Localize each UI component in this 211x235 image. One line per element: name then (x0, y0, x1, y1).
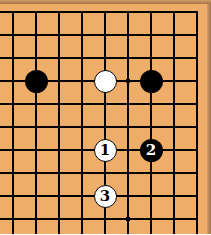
grid-line-vertical (81, 70, 83, 93)
intersection (2, 185, 25, 208)
grid-line-vertical (12, 116, 14, 139)
intersection (71, 116, 94, 139)
grid-line-vertical (127, 116, 129, 139)
board-right-wood-edge (207, 0, 211, 234)
grid-line-vertical (12, 47, 14, 70)
intersection (25, 70, 48, 93)
white-stone: 3 (94, 185, 117, 208)
grid-line-vertical (81, 11, 83, 24)
grid-line-vertical (35, 185, 37, 208)
grid-line-vertical (58, 116, 60, 139)
intersection (140, 47, 163, 70)
grid-line-vertical (150, 208, 152, 235)
grid-line-vertical (127, 185, 129, 208)
grid-line-vertical (104, 11, 106, 24)
intersection (140, 70, 163, 93)
grid-line-vertical (196, 47, 198, 70)
grid-line-vertical (173, 11, 175, 24)
intersection (140, 185, 163, 208)
grid-line-vertical (196, 70, 198, 93)
intersection (140, 116, 163, 139)
intersection (2, 24, 25, 47)
intersection (186, 70, 209, 93)
grid-line-vertical (12, 24, 14, 47)
grid-line-vertical (81, 47, 83, 70)
intersection (94, 162, 117, 185)
board-grid: 123 (2, 1, 209, 231)
grid-line-vertical (127, 162, 129, 185)
grid-line-vertical (196, 185, 198, 208)
grid-line-vertical (58, 47, 60, 70)
intersection (48, 162, 71, 185)
grid-line-vertical (12, 208, 14, 235)
grid-line-vertical (81, 162, 83, 185)
intersection (71, 93, 94, 116)
grid-line-vertical (173, 47, 175, 70)
intersection (48, 185, 71, 208)
grid-line-vertical (58, 139, 60, 162)
grid-line-vertical (173, 162, 175, 185)
intersection (25, 47, 48, 70)
grid-line-vertical (127, 11, 129, 24)
intersection (71, 185, 94, 208)
grid-line-vertical (58, 11, 60, 24)
intersection (71, 208, 94, 231)
intersection (163, 185, 186, 208)
grid-line-vertical (127, 24, 129, 47)
grid-line-vertical (173, 70, 175, 93)
grid-line-vertical (104, 93, 106, 116)
intersection (117, 185, 140, 208)
intersection (163, 162, 186, 185)
intersection (71, 24, 94, 47)
intersection (163, 116, 186, 139)
intersection (94, 208, 117, 231)
grid-line-vertical (196, 11, 198, 24)
intersection (163, 70, 186, 93)
grid-line-vertical (58, 162, 60, 185)
grid-line-vertical (150, 11, 152, 24)
grid-line-vertical (196, 139, 198, 162)
intersection (94, 116, 117, 139)
grid-line-vertical (12, 70, 14, 93)
intersection (140, 208, 163, 231)
grid-line-vertical (104, 47, 106, 70)
white-stone (94, 70, 117, 93)
grid-line-vertical (173, 185, 175, 208)
grid-line-vertical (104, 116, 106, 139)
intersection (117, 93, 140, 116)
intersection (140, 24, 163, 47)
intersection (25, 185, 48, 208)
grid-line-vertical (12, 139, 14, 162)
intersection (48, 139, 71, 162)
grid-line-vertical (12, 185, 14, 208)
intersection (186, 47, 209, 70)
grid-line-vertical (58, 24, 60, 47)
grid-line-vertical (173, 24, 175, 47)
grid-line-vertical (35, 11, 37, 24)
intersection (71, 70, 94, 93)
intersection (2, 116, 25, 139)
grid-line-vertical (150, 24, 152, 47)
intersection (186, 185, 209, 208)
grid-line-vertical (81, 93, 83, 116)
grid-line-vertical (104, 162, 106, 185)
intersection (163, 93, 186, 116)
grid-line-vertical (81, 24, 83, 47)
grid-line-vertical (81, 185, 83, 208)
intersection (48, 116, 71, 139)
grid-line-vertical (58, 208, 60, 235)
grid-line-vertical (173, 139, 175, 162)
grid-line-vertical (150, 185, 152, 208)
grid-line-vertical (196, 24, 198, 47)
grid-line-vertical (127, 47, 129, 70)
intersection (2, 162, 25, 185)
grid-line-vertical (81, 116, 83, 139)
grid-line-vertical (81, 139, 83, 162)
intersection (25, 116, 48, 139)
grid-line-vertical (196, 162, 198, 185)
intersection (71, 47, 94, 70)
black-stone: 2 (140, 139, 163, 162)
intersection (140, 162, 163, 185)
intersection (25, 139, 48, 162)
intersection (2, 139, 25, 162)
grid-line-vertical (104, 208, 106, 235)
intersection (2, 47, 25, 70)
grid-line-vertical (196, 208, 198, 235)
stone-number-label: 1 (100, 142, 110, 157)
intersection (94, 70, 117, 93)
intersection (117, 162, 140, 185)
grid-line-vertical (104, 24, 106, 47)
intersection (117, 24, 140, 47)
grid-line-vertical (150, 116, 152, 139)
intersection (48, 70, 71, 93)
intersection (71, 162, 94, 185)
intersection (48, 24, 71, 47)
intersection (186, 208, 209, 231)
intersection (117, 47, 140, 70)
grid-line-vertical (173, 208, 175, 235)
intersection (25, 24, 48, 47)
intersection (48, 93, 71, 116)
stone-number-label: 2 (146, 142, 156, 157)
grid-line-vertical (173, 93, 175, 116)
grid-line-vertical (127, 93, 129, 116)
intersection (2, 93, 25, 116)
intersection (2, 70, 25, 93)
intersection (117, 116, 140, 139)
grid-line-vertical (35, 116, 37, 139)
grid-line-vertical (81, 208, 83, 235)
intersection (71, 139, 94, 162)
stone-number-label: 3 (100, 188, 110, 203)
grid-line-vertical (35, 208, 37, 235)
intersection (2, 208, 25, 231)
grid-line-vertical (150, 162, 152, 185)
intersection (163, 24, 186, 47)
grid-line-vertical (58, 93, 60, 116)
black-stone (25, 70, 48, 93)
intersection: 3 (94, 185, 117, 208)
star-point-marker (126, 217, 130, 221)
intersection (186, 162, 209, 185)
board-top-wood-edge (0, 0, 211, 4)
grid-line-vertical (127, 139, 129, 162)
intersection (186, 116, 209, 139)
grid-line-vertical (196, 116, 198, 139)
grid-line-vertical (35, 162, 37, 185)
grid-line-vertical (35, 139, 37, 162)
go-board: 123 (0, 0, 211, 234)
grid-line-vertical (196, 93, 198, 116)
grid-line-vertical (58, 185, 60, 208)
intersection (94, 24, 117, 47)
intersection (25, 162, 48, 185)
intersection (25, 208, 48, 231)
intersection: 1 (94, 139, 117, 162)
intersection (140, 93, 163, 116)
grid-line-vertical (35, 47, 37, 70)
black-stone (140, 70, 163, 93)
grid-line-vertical (173, 116, 175, 139)
intersection (48, 47, 71, 70)
intersection (163, 47, 186, 70)
intersection (186, 24, 209, 47)
intersection (94, 47, 117, 70)
grid-line-vertical (35, 93, 37, 116)
intersection (94, 93, 117, 116)
intersection (117, 208, 140, 231)
intersection (117, 70, 140, 93)
intersection (48, 208, 71, 231)
white-stone: 1 (94, 139, 117, 162)
intersection (163, 139, 186, 162)
grid-line-vertical (12, 162, 14, 185)
grid-line-vertical (35, 24, 37, 47)
intersection (163, 208, 186, 231)
intersection (186, 139, 209, 162)
grid-line-vertical (12, 93, 14, 116)
grid-line-vertical (150, 93, 152, 116)
grid-line-vertical (58, 70, 60, 93)
star-point-marker (126, 79, 130, 83)
intersection: 2 (140, 139, 163, 162)
intersection (117, 139, 140, 162)
grid-line-vertical (150, 47, 152, 70)
intersection (25, 93, 48, 116)
intersection (186, 93, 209, 116)
grid-line-vertical (12, 11, 14, 24)
